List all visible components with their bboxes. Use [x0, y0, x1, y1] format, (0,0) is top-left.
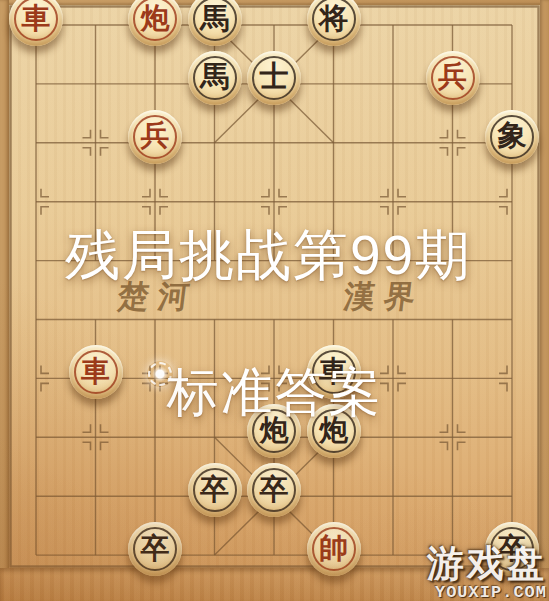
piece-red-f3r1[interactable]: 炮: [128, 0, 182, 46]
piece-glyph: 車: [22, 4, 51, 33]
piece-glyph: 馬: [200, 4, 229, 33]
piece-black-f9r3[interactable]: 象: [485, 110, 539, 164]
piece-glyph: 帥: [319, 534, 348, 563]
xiangqi-board-screen: 楚河 漢界 車炮馬将馬士兵兵象車車炮炮卒卒卒帥卒 残局挑战第99期 标准答案 游…: [0, 0, 549, 601]
piece-red-f3r3[interactable]: 兵: [128, 110, 182, 164]
piece-red-f6r10[interactable]: 帥: [307, 522, 361, 576]
puzzle-subtitle: 标准答案: [0, 358, 549, 428]
piece-red-f1r1[interactable]: 車: [9, 0, 63, 46]
piece-black-f5r9[interactable]: 卒: [247, 463, 301, 517]
watermark-site-url: YOUXIP.COM: [427, 584, 547, 601]
watermark-site-name: 游戏盘: [427, 545, 547, 582]
piece-glyph: 卒: [200, 475, 229, 504]
piece-black-f4r1[interactable]: 馬: [188, 0, 242, 46]
piece-black-f3r10[interactable]: 卒: [128, 522, 182, 576]
piece-glyph: 馬: [200, 62, 229, 91]
piece-glyph: 卒: [260, 475, 289, 504]
piece-black-f4r2[interactable]: 馬: [188, 51, 242, 105]
board-frame-top: [0, 0, 549, 5]
piece-glyph: 士: [260, 62, 289, 91]
board-frame-right: [540, 0, 549, 601]
puzzle-title: 残局挑战第99期: [0, 219, 543, 293]
piece-glyph: 象: [498, 121, 527, 150]
piece-glyph: 炮: [141, 4, 170, 33]
watermark: 游戏盘 YOUXIP.COM: [427, 545, 547, 601]
piece-black-f5r2[interactable]: 士: [247, 51, 301, 105]
piece-glyph: 兵: [438, 62, 467, 91]
piece-glyph: 将: [319, 4, 348, 33]
piece-glyph: 卒: [141, 534, 170, 563]
board-frame-left: [0, 0, 9, 601]
piece-glyph: 兵: [141, 121, 170, 150]
piece-black-f4r9[interactable]: 卒: [188, 463, 242, 517]
piece-red-f8r2[interactable]: 兵: [426, 51, 480, 105]
piece-black-f6r1[interactable]: 将: [307, 0, 361, 46]
